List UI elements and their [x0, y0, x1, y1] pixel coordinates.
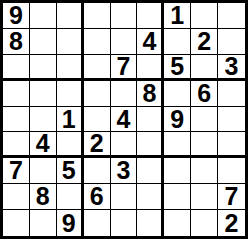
cell-r2c5[interactable] [111, 29, 138, 55]
cell-r1c3[interactable] [57, 3, 84, 29]
cell-r1c8[interactable] [191, 3, 218, 29]
cell-r8c1[interactable] [3, 184, 30, 210]
cell-r6c7[interactable] [164, 132, 191, 158]
cell-r2c7[interactable] [164, 29, 191, 55]
cell-r1c4[interactable] [84, 3, 111, 29]
cell-r4c9[interactable] [218, 81, 245, 107]
cell-r6c8[interactable] [191, 132, 218, 158]
cell-r6c3[interactable] [57, 132, 84, 158]
cell-r9c6[interactable] [137, 210, 164, 236]
cell-r5c7[interactable]: 9 [164, 107, 191, 133]
cell-r4c3[interactable] [57, 81, 84, 107]
cell-r2c3[interactable] [57, 29, 84, 55]
cell-r6c2[interactable]: 4 [30, 132, 57, 158]
cell-r7c4[interactable] [84, 158, 111, 184]
cell-r7c2[interactable] [30, 158, 57, 184]
cell-r8c9[interactable]: 7 [218, 184, 245, 210]
cell-r6c5[interactable] [111, 132, 138, 158]
cell-r6c6[interactable] [137, 132, 164, 158]
cell-r8c8[interactable] [191, 184, 218, 210]
cell-r2c4[interactable] [84, 29, 111, 55]
sudoku-board: 91842753861494275386792 [0, 0, 248, 239]
cell-r9c5[interactable] [111, 210, 138, 236]
cell-r5c4[interactable] [84, 107, 111, 133]
cell-r9c3[interactable]: 9 [57, 210, 84, 236]
cell-r9c8[interactable] [191, 210, 218, 236]
cell-r3c4[interactable] [84, 55, 111, 81]
cell-r4c1[interactable] [3, 81, 30, 107]
cell-r3c2[interactable] [30, 55, 57, 81]
cell-r9c2[interactable] [30, 210, 57, 236]
cell-r3c5[interactable]: 7 [111, 55, 138, 81]
cell-r5c1[interactable] [3, 107, 30, 133]
cell-r3c8[interactable] [191, 55, 218, 81]
cell-r5c6[interactable] [137, 107, 164, 133]
cell-r9c7[interactable] [164, 210, 191, 236]
cell-r8c3[interactable] [57, 184, 84, 210]
cell-r4c6[interactable]: 8 [137, 81, 164, 107]
cell-r8c2[interactable]: 8 [30, 184, 57, 210]
cell-r7c3[interactable]: 5 [57, 158, 84, 184]
cell-r7c6[interactable] [137, 158, 164, 184]
cell-r6c1[interactable] [3, 132, 30, 158]
cell-r4c2[interactable] [30, 81, 57, 107]
cell-r7c9[interactable] [218, 158, 245, 184]
cell-r1c7[interactable]: 1 [164, 3, 191, 29]
cell-r2c9[interactable] [218, 29, 245, 55]
cell-r5c5[interactable]: 4 [111, 107, 138, 133]
cell-r3c7[interactable]: 5 [164, 55, 191, 81]
cell-r3c6[interactable] [137, 55, 164, 81]
cell-r4c4[interactable] [84, 81, 111, 107]
cell-r2c8[interactable]: 2 [191, 29, 218, 55]
cell-r6c4[interactable]: 2 [84, 132, 111, 158]
cell-r8c5[interactable] [111, 184, 138, 210]
cell-r1c6[interactable] [137, 3, 164, 29]
cell-r2c1[interactable]: 8 [3, 29, 30, 55]
cell-r9c4[interactable] [84, 210, 111, 236]
cell-r3c1[interactable] [3, 55, 30, 81]
cell-r9c9[interactable]: 2 [218, 210, 245, 236]
cell-r1c5[interactable] [111, 3, 138, 29]
cell-r1c1[interactable]: 9 [3, 3, 30, 29]
cell-r7c5[interactable]: 3 [111, 158, 138, 184]
cell-r7c8[interactable] [191, 158, 218, 184]
cell-r4c8[interactable]: 6 [191, 81, 218, 107]
cell-r5c3[interactable]: 1 [57, 107, 84, 133]
cell-r3c9[interactable]: 3 [218, 55, 245, 81]
cell-r2c6[interactable]: 4 [137, 29, 164, 55]
cell-r7c7[interactable] [164, 158, 191, 184]
cell-r1c9[interactable] [218, 3, 245, 29]
cell-r4c7[interactable] [164, 81, 191, 107]
cell-r1c2[interactable] [30, 3, 57, 29]
cell-r5c9[interactable] [218, 107, 245, 133]
cell-r8c7[interactable] [164, 184, 191, 210]
cell-r9c1[interactable] [3, 210, 30, 236]
cell-r4c5[interactable] [111, 81, 138, 107]
cell-r8c6[interactable] [137, 184, 164, 210]
cell-r3c3[interactable] [57, 55, 84, 81]
cell-r5c2[interactable] [30, 107, 57, 133]
cell-r5c8[interactable] [191, 107, 218, 133]
cell-r6c9[interactable] [218, 132, 245, 158]
cell-r8c4[interactable]: 6 [84, 184, 111, 210]
cell-r7c1[interactable]: 7 [3, 158, 30, 184]
cell-r2c2[interactable] [30, 29, 57, 55]
